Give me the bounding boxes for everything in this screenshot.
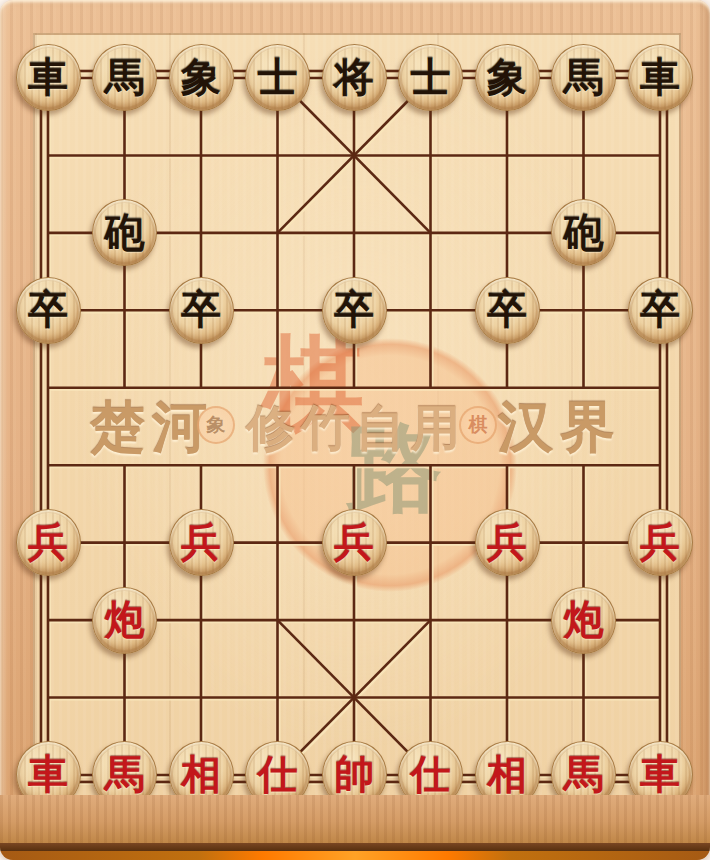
bottom-accent-strip — [0, 851, 710, 860]
board-point[interactable] — [163, 194, 240, 271]
board-point: 卒 — [622, 272, 699, 349]
piece-glyph: 士 — [411, 57, 451, 97]
board-point[interactable] — [392, 117, 469, 194]
board-point[interactable] — [239, 504, 316, 581]
piece-glyph: 帥 — [334, 754, 374, 794]
piece-black-cannon[interactable]: 砲 — [92, 199, 157, 266]
board-point[interactable] — [163, 349, 240, 426]
board-point[interactable] — [392, 272, 469, 349]
piece-red-soldier[interactable]: 兵 — [475, 509, 540, 576]
board-point[interactable] — [469, 117, 546, 194]
board-point[interactable] — [316, 581, 393, 658]
board-point: 兵 — [163, 504, 240, 581]
board-point[interactable] — [622, 194, 699, 271]
piece-glyph: 象 — [181, 57, 221, 97]
piece-glyph: 炮 — [105, 599, 145, 639]
piece-glyph: 馬 — [564, 754, 604, 794]
board-point: 卒 — [316, 272, 393, 349]
board-point[interactable] — [163, 659, 240, 736]
board-point[interactable] — [622, 659, 699, 736]
piece-black-horse[interactable]: 馬 — [551, 44, 616, 111]
board-point[interactable] — [545, 272, 622, 349]
board-point[interactable] — [316, 194, 393, 271]
board-point[interactable] — [163, 426, 240, 503]
board-point[interactable] — [163, 581, 240, 658]
piece-black-elephant[interactable]: 象 — [169, 44, 234, 111]
board-point[interactable] — [622, 581, 699, 658]
piece-black-cannon[interactable]: 砲 — [551, 199, 616, 266]
piece-black-general[interactable]: 将 — [322, 44, 387, 111]
piece-glyph: 相 — [181, 754, 221, 794]
board-point: 砲 — [86, 194, 163, 271]
piece-glyph: 卒 — [181, 289, 221, 329]
piece-glyph: 卒 — [487, 289, 527, 329]
piece-glyph: 兵 — [28, 522, 68, 562]
piece-glyph: 馬 — [564, 57, 604, 97]
board-point[interactable] — [86, 659, 163, 736]
board-point: 卒 — [163, 272, 240, 349]
board-point[interactable] — [239, 581, 316, 658]
board-point: 車 — [10, 39, 87, 116]
piece-glyph: 相 — [487, 754, 527, 794]
piece-glyph: 車 — [640, 754, 680, 794]
piece-black-soldier[interactable]: 卒 — [169, 277, 234, 344]
board-point: 兵 — [469, 504, 546, 581]
board-point[interactable] — [10, 426, 87, 503]
board-point: 士 — [392, 39, 469, 116]
board-point[interactable] — [392, 581, 469, 658]
board-point: 卒 — [10, 272, 87, 349]
piece-glyph: 兵 — [640, 522, 680, 562]
board-point[interactable] — [392, 504, 469, 581]
piece-glyph: 馬 — [105, 754, 145, 794]
board-point[interactable] — [622, 117, 699, 194]
board-point[interactable] — [392, 194, 469, 271]
piece-glyph: 炮 — [564, 599, 604, 639]
board-point[interactable] — [10, 659, 87, 736]
board-point[interactable] — [469, 194, 546, 271]
board-point[interactable] — [545, 659, 622, 736]
board-point[interactable] — [86, 426, 163, 503]
piece-black-elephant[interactable]: 象 — [475, 44, 540, 111]
piece-red-soldier[interactable]: 兵 — [322, 509, 387, 576]
xiangqi-app: 棋 路 楚河 修竹自用 汉界 象 棋 車馬象士将士象馬車砲砲卒卒卒卒卒兵兵兵兵兵… — [0, 0, 710, 860]
piece-red-cannon[interactable]: 炮 — [92, 587, 157, 654]
board-point[interactable] — [239, 349, 316, 426]
board-point[interactable] — [622, 349, 699, 426]
board-point: 車 — [622, 39, 699, 116]
piece-glyph: 仕 — [258, 754, 298, 794]
board-point[interactable] — [392, 426, 469, 503]
board-point[interactable] — [163, 117, 240, 194]
board-point[interactable] — [469, 581, 546, 658]
piece-glyph: 将 — [334, 57, 374, 97]
board-point[interactable] — [316, 117, 393, 194]
board-point: 兵 — [316, 504, 393, 581]
board-point[interactable] — [239, 426, 316, 503]
board-point[interactable] — [316, 426, 393, 503]
piece-black-chariot[interactable]: 車 — [16, 44, 81, 111]
board-point[interactable] — [469, 349, 546, 426]
board-point[interactable] — [469, 659, 546, 736]
piece-glyph: 卒 — [28, 289, 68, 329]
board-point[interactable] — [545, 504, 622, 581]
board-point[interactable] — [86, 117, 163, 194]
board-point[interactable] — [316, 349, 393, 426]
board-point[interactable] — [239, 194, 316, 271]
piece-red-soldier[interactable]: 兵 — [628, 509, 693, 576]
board-point[interactable] — [545, 117, 622, 194]
piece-glyph: 象 — [487, 57, 527, 97]
piece-black-soldier[interactable]: 卒 — [322, 277, 387, 344]
board-point: 兵 — [622, 504, 699, 581]
board-point[interactable] — [10, 349, 87, 426]
board-point[interactable] — [10, 194, 87, 271]
piece-black-advisor[interactable]: 士 — [398, 44, 463, 111]
piece-black-horse[interactable]: 馬 — [92, 44, 157, 111]
board-point: 卒 — [469, 272, 546, 349]
board-bottom-lip — [0, 843, 710, 851]
board-point: 将 — [316, 39, 393, 116]
piece-glyph: 車 — [640, 57, 680, 97]
piece-glyph: 兵 — [334, 522, 374, 562]
piece-red-soldier[interactable]: 兵 — [16, 509, 81, 576]
piece-glyph: 兵 — [487, 522, 527, 562]
board-point: 馬 — [86, 39, 163, 116]
board-point[interactable] — [392, 349, 469, 426]
board-point: 象 — [469, 39, 546, 116]
piece-black-advisor[interactable]: 士 — [245, 44, 310, 111]
board-point[interactable] — [239, 659, 316, 736]
board-point[interactable] — [86, 349, 163, 426]
piece-glyph: 車 — [28, 57, 68, 97]
board: 棋 路 楚河 修竹自用 汉界 象 棋 車馬象士将士象馬車砲砲卒卒卒卒卒兵兵兵兵兵… — [0, 0, 710, 860]
board-point: 炮 — [86, 581, 163, 658]
piece-glyph: 砲 — [564, 212, 604, 252]
piece-glyph: 馬 — [105, 57, 145, 97]
board-point[interactable] — [86, 504, 163, 581]
board-point[interactable] — [392, 659, 469, 736]
piece-red-cannon[interactable]: 炮 — [551, 587, 616, 654]
board-point[interactable] — [469, 426, 546, 503]
piece-glyph: 車 — [28, 754, 68, 794]
piece-glyph: 仕 — [411, 754, 451, 794]
piece-layer: 車馬象士将士象馬車砲砲卒卒卒卒卒兵兵兵兵兵炮炮車馬相仕帥仕相馬車 — [10, 39, 699, 813]
piece-black-chariot[interactable]: 車 — [628, 44, 693, 111]
piece-glyph: 砲 — [105, 212, 145, 252]
board-point: 士 — [239, 39, 316, 116]
board-point[interactable] — [239, 272, 316, 349]
piece-red-soldier[interactable]: 兵 — [169, 509, 234, 576]
piece-black-soldier[interactable]: 卒 — [628, 277, 693, 344]
piece-black-soldier[interactable]: 卒 — [16, 277, 81, 344]
piece-glyph: 士 — [258, 57, 298, 97]
board-point: 馬 — [545, 39, 622, 116]
board-point[interactable] — [545, 426, 622, 503]
board-point[interactable] — [86, 272, 163, 349]
board-point[interactable] — [622, 426, 699, 503]
board-point: 象 — [163, 39, 240, 116]
board-point[interactable] — [239, 117, 316, 194]
board-point[interactable] — [545, 349, 622, 426]
board-point[interactable] — [10, 117, 87, 194]
piece-glyph: 卒 — [640, 289, 680, 329]
board-point: 砲 — [545, 194, 622, 271]
board-point: 兵 — [10, 504, 87, 581]
board-point: 炮 — [545, 581, 622, 658]
board-point[interactable] — [10, 581, 87, 658]
board-bottom-frame — [0, 795, 710, 843]
piece-black-soldier[interactable]: 卒 — [475, 277, 540, 344]
piece-glyph: 兵 — [181, 522, 221, 562]
piece-glyph: 卒 — [334, 289, 374, 329]
board-point[interactable] — [316, 659, 393, 736]
